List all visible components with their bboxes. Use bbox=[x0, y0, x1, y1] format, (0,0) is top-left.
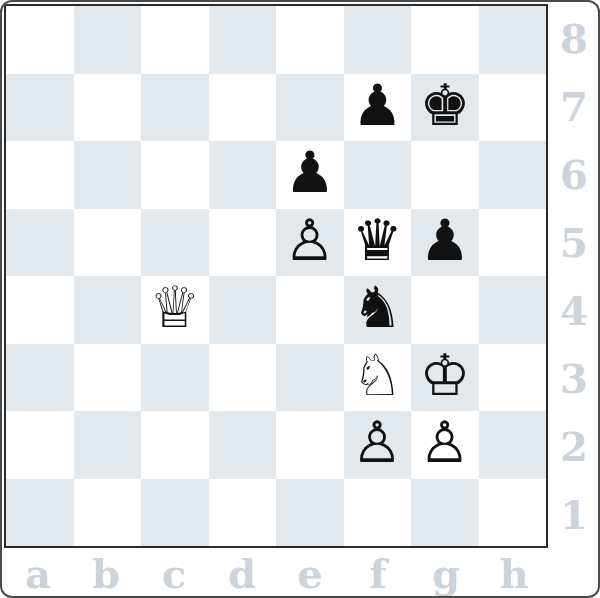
square-c1[interactable] bbox=[141, 479, 209, 547]
square-f6[interactable] bbox=[344, 141, 412, 209]
square-g7[interactable]: ♚ bbox=[411, 74, 479, 142]
square-f8[interactable] bbox=[344, 6, 412, 74]
square-a7[interactable] bbox=[6, 74, 74, 142]
square-b6[interactable] bbox=[74, 141, 142, 209]
square-a2[interactable] bbox=[6, 411, 74, 479]
square-b1[interactable] bbox=[74, 479, 142, 547]
file-labels: abcdefgh bbox=[4, 550, 548, 596]
square-h2[interactable] bbox=[479, 411, 547, 479]
rank-label-1: 1 bbox=[550, 480, 598, 548]
file-label-b: b bbox=[72, 550, 140, 596]
file-label-g: g bbox=[412, 550, 480, 596]
rank-labels: 87654321 bbox=[550, 4, 598, 548]
black-pawn-piece[interactable]: ♟ bbox=[352, 77, 403, 134]
square-e7[interactable] bbox=[276, 74, 344, 142]
square-f2[interactable]: ♙ bbox=[344, 411, 412, 479]
square-h4[interactable] bbox=[479, 276, 547, 344]
square-a1[interactable] bbox=[6, 479, 74, 547]
square-h7[interactable] bbox=[479, 74, 547, 142]
square-g6[interactable] bbox=[411, 141, 479, 209]
square-a5[interactable] bbox=[6, 209, 74, 277]
square-b5[interactable] bbox=[74, 209, 142, 277]
square-a3[interactable] bbox=[6, 344, 74, 412]
square-f5[interactable]: ♛ bbox=[344, 209, 412, 277]
square-c2[interactable] bbox=[141, 411, 209, 479]
square-h3[interactable] bbox=[479, 344, 547, 412]
square-e4[interactable] bbox=[276, 276, 344, 344]
chess-board: ♟♚♟♙♛♟♕♞♘♔♙♙ bbox=[4, 4, 548, 548]
square-d8[interactable] bbox=[209, 6, 277, 74]
square-e1[interactable] bbox=[276, 479, 344, 547]
square-e5[interactable]: ♙ bbox=[276, 209, 344, 277]
square-d5[interactable] bbox=[209, 209, 277, 277]
square-h6[interactable] bbox=[479, 141, 547, 209]
square-h1[interactable] bbox=[479, 479, 547, 547]
black-pawn-piece[interactable]: ♟ bbox=[284, 144, 335, 201]
square-b3[interactable] bbox=[74, 344, 142, 412]
rank-label-6: 6 bbox=[550, 140, 598, 208]
black-king-piece[interactable]: ♚ bbox=[419, 77, 470, 134]
black-knight-piece[interactable]: ♞ bbox=[352, 279, 403, 336]
black-queen-piece[interactable]: ♛ bbox=[352, 212, 403, 269]
file-label-d: d bbox=[208, 550, 276, 596]
square-e6[interactable]: ♟ bbox=[276, 141, 344, 209]
rank-label-3: 3 bbox=[550, 344, 598, 412]
square-e8[interactable] bbox=[276, 6, 344, 74]
square-e3[interactable] bbox=[276, 344, 344, 412]
square-b4[interactable] bbox=[74, 276, 142, 344]
square-f4[interactable]: ♞ bbox=[344, 276, 412, 344]
square-d1[interactable] bbox=[209, 479, 277, 547]
square-g2[interactable]: ♙ bbox=[411, 411, 479, 479]
rank-label-5: 5 bbox=[550, 208, 598, 276]
square-d2[interactable] bbox=[209, 411, 277, 479]
file-label-f: f bbox=[344, 550, 412, 596]
black-pawn-piece[interactable]: ♟ bbox=[419, 212, 470, 269]
white-king-piece[interactable]: ♔ bbox=[419, 347, 470, 404]
file-label-a: a bbox=[4, 550, 72, 596]
square-d6[interactable] bbox=[209, 141, 277, 209]
rank-label-8: 8 bbox=[550, 4, 598, 72]
square-f1[interactable] bbox=[344, 479, 412, 547]
square-d7[interactable] bbox=[209, 74, 277, 142]
square-g5[interactable]: ♟ bbox=[411, 209, 479, 277]
square-h8[interactable] bbox=[479, 6, 547, 74]
square-c7[interactable] bbox=[141, 74, 209, 142]
square-c4[interactable]: ♕ bbox=[141, 276, 209, 344]
rank-label-7: 7 bbox=[550, 72, 598, 140]
square-f3[interactable]: ♘ bbox=[344, 344, 412, 412]
square-d3[interactable] bbox=[209, 344, 277, 412]
white-pawn-piece[interactable]: ♙ bbox=[419, 414, 470, 471]
square-b2[interactable] bbox=[74, 411, 142, 479]
file-label-c: c bbox=[140, 550, 208, 596]
white-knight-piece[interactable]: ♘ bbox=[352, 347, 403, 404]
square-g8[interactable] bbox=[411, 6, 479, 74]
square-c6[interactable] bbox=[141, 141, 209, 209]
square-f7[interactable]: ♟ bbox=[344, 74, 412, 142]
square-a6[interactable] bbox=[6, 141, 74, 209]
file-label-e: e bbox=[276, 550, 344, 596]
white-pawn-piece[interactable]: ♙ bbox=[352, 414, 403, 471]
white-queen-piece[interactable]: ♕ bbox=[149, 279, 200, 336]
chess-diagram: ♟♚♟♙♛♟♕♞♘♔♙♙ 87654321 abcdefgh bbox=[0, 0, 600, 598]
rank-label-4: 4 bbox=[550, 276, 598, 344]
square-c8[interactable] bbox=[141, 6, 209, 74]
square-d4[interactable] bbox=[209, 276, 277, 344]
rank-label-2: 2 bbox=[550, 412, 598, 480]
square-g3[interactable]: ♔ bbox=[411, 344, 479, 412]
square-g4[interactable] bbox=[411, 276, 479, 344]
white-pawn-piece[interactable]: ♙ bbox=[284, 212, 335, 269]
square-a4[interactable] bbox=[6, 276, 74, 344]
square-g1[interactable] bbox=[411, 479, 479, 547]
square-b8[interactable] bbox=[74, 6, 142, 74]
square-e2[interactable] bbox=[276, 411, 344, 479]
square-c5[interactable] bbox=[141, 209, 209, 277]
square-b7[interactable] bbox=[74, 74, 142, 142]
square-a8[interactable] bbox=[6, 6, 74, 74]
file-label-h: h bbox=[480, 550, 548, 596]
square-c3[interactable] bbox=[141, 344, 209, 412]
square-h5[interactable] bbox=[479, 209, 547, 277]
